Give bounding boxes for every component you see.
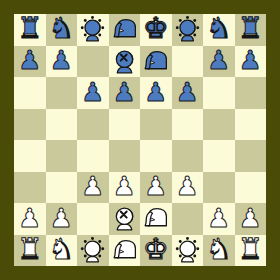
piece-blue-pawn[interactable]: ♟ — [50, 47, 73, 73]
piece-blue-king[interactable]: ♚ — [143, 14, 169, 43]
piece-white-knight[interactable]: ♞ — [206, 235, 232, 264]
square-g2[interactable]: ♟ — [203, 203, 235, 235]
square-c3[interactable]: ♟ — [77, 172, 109, 204]
piece-white-cannon-orb-with-x[interactable] — [110, 204, 139, 233]
piece-blue-pawn[interactable]: ♟ — [239, 47, 262, 73]
square-c1[interactable] — [77, 235, 109, 267]
piece-white-studded-orb[interactable] — [78, 236, 107, 265]
square-d5[interactable] — [109, 109, 141, 141]
piece-blue-knight[interactable]: ♞ — [206, 14, 232, 43]
square-a8[interactable]: ♜ — [14, 14, 46, 46]
piece-white-rook[interactable]: ♜ — [237, 235, 263, 264]
square-d2[interactable] — [109, 203, 141, 235]
piece-blue-elephant[interactable] — [110, 15, 139, 44]
square-f1[interactable] — [172, 235, 204, 267]
square-c6[interactable]: ♟ — [77, 77, 109, 109]
square-a6[interactable] — [14, 77, 46, 109]
square-b1[interactable]: ♞ — [46, 235, 78, 267]
square-c7[interactable] — [77, 46, 109, 78]
square-b8[interactable]: ♞ — [46, 14, 78, 46]
square-h2[interactable]: ♟ — [235, 203, 267, 235]
piece-white-king[interactable]: ♚ — [143, 235, 169, 264]
piece-blue-cannon-orb-with-x[interactable] — [110, 47, 139, 76]
piece-blue-pawn[interactable]: ♟ — [207, 47, 230, 73]
square-h7[interactable]: ♟ — [235, 46, 267, 78]
square-c5[interactable] — [77, 109, 109, 141]
square-c2[interactable] — [77, 203, 109, 235]
square-f6[interactable]: ♟ — [172, 77, 204, 109]
piece-white-elephant[interactable] — [141, 204, 170, 233]
square-a3[interactable] — [14, 172, 46, 204]
piece-white-pawn[interactable]: ♟ — [18, 205, 41, 231]
square-g3[interactable] — [203, 172, 235, 204]
piece-white-studded-orb[interactable] — [173, 236, 202, 265]
square-h8[interactable]: ♜ — [235, 14, 267, 46]
square-f4[interactable] — [172, 140, 204, 172]
piece-white-knight[interactable]: ♞ — [48, 235, 74, 264]
square-e3[interactable]: ♟ — [140, 172, 172, 204]
square-f2[interactable] — [172, 203, 204, 235]
square-h1[interactable]: ♜ — [235, 235, 267, 267]
square-d7[interactable] — [109, 46, 141, 78]
piece-white-pawn[interactable]: ♟ — [113, 173, 136, 199]
square-d6[interactable]: ♟ — [109, 77, 141, 109]
square-f3[interactable]: ♟ — [172, 172, 204, 204]
piece-blue-pawn[interactable]: ♟ — [81, 79, 104, 105]
square-f7[interactable] — [172, 46, 204, 78]
square-d3[interactable]: ♟ — [109, 172, 141, 204]
square-h4[interactable] — [235, 140, 267, 172]
square-g6[interactable] — [203, 77, 235, 109]
square-b6[interactable] — [46, 77, 78, 109]
square-e6[interactable]: ♟ — [140, 77, 172, 109]
piece-white-pawn[interactable]: ♟ — [207, 205, 230, 231]
square-a7[interactable]: ♟ — [14, 46, 46, 78]
square-h3[interactable] — [235, 172, 267, 204]
piece-blue-rook[interactable]: ♜ — [237, 14, 263, 43]
piece-white-rook[interactable]: ♜ — [17, 235, 43, 264]
square-f8[interactable] — [172, 14, 204, 46]
piece-white-pawn[interactable]: ♟ — [81, 173, 104, 199]
board-frame: ♜♞♚♞♜♟♟♟♟♟♟♟♟♟♟♟♟♟♟♟♟♜♞♚♞♜ — [0, 0, 280, 280]
square-a2[interactable]: ♟ — [14, 203, 46, 235]
piece-white-pawn[interactable]: ♟ — [50, 205, 73, 231]
piece-blue-knight[interactable]: ♞ — [48, 14, 74, 43]
piece-blue-rook[interactable]: ♜ — [17, 14, 43, 43]
square-e2[interactable] — [140, 203, 172, 235]
piece-white-pawn[interactable]: ♟ — [144, 173, 167, 199]
square-b3[interactable] — [46, 172, 78, 204]
square-g4[interactable] — [203, 140, 235, 172]
square-d4[interactable] — [109, 140, 141, 172]
square-h6[interactable] — [235, 77, 267, 109]
chess-board: ♜♞♚♞♜♟♟♟♟♟♟♟♟♟♟♟♟♟♟♟♟♜♞♚♞♜ — [14, 14, 266, 266]
piece-blue-studded-orb[interactable] — [78, 15, 107, 44]
square-g7[interactable]: ♟ — [203, 46, 235, 78]
piece-blue-pawn[interactable]: ♟ — [18, 47, 41, 73]
square-g8[interactable]: ♞ — [203, 14, 235, 46]
square-b7[interactable]: ♟ — [46, 46, 78, 78]
square-a5[interactable] — [14, 109, 46, 141]
square-a4[interactable] — [14, 140, 46, 172]
square-e7[interactable] — [140, 46, 172, 78]
square-a1[interactable]: ♜ — [14, 235, 46, 267]
square-e1[interactable]: ♚ — [140, 235, 172, 267]
piece-blue-pawn[interactable]: ♟ — [113, 79, 136, 105]
piece-blue-pawn[interactable]: ♟ — [176, 79, 199, 105]
square-c8[interactable] — [77, 14, 109, 46]
square-f5[interactable] — [172, 109, 204, 141]
square-g5[interactable] — [203, 109, 235, 141]
square-d8[interactable] — [109, 14, 141, 46]
square-d1[interactable] — [109, 235, 141, 267]
square-b2[interactable]: ♟ — [46, 203, 78, 235]
square-b5[interactable] — [46, 109, 78, 141]
square-e8[interactable]: ♚ — [140, 14, 172, 46]
piece-white-pawn[interactable]: ♟ — [239, 205, 262, 231]
square-e5[interactable] — [140, 109, 172, 141]
square-g1[interactable]: ♞ — [203, 235, 235, 267]
piece-white-pawn[interactable]: ♟ — [176, 173, 199, 199]
piece-blue-pawn[interactable]: ♟ — [144, 79, 167, 105]
square-c4[interactable] — [77, 140, 109, 172]
square-b4[interactable] — [46, 140, 78, 172]
square-h5[interactable] — [235, 109, 267, 141]
piece-white-elephant[interactable] — [110, 236, 139, 265]
square-e4[interactable] — [140, 140, 172, 172]
piece-blue-studded-orb[interactable] — [173, 15, 202, 44]
piece-blue-elephant[interactable] — [141, 47, 170, 76]
